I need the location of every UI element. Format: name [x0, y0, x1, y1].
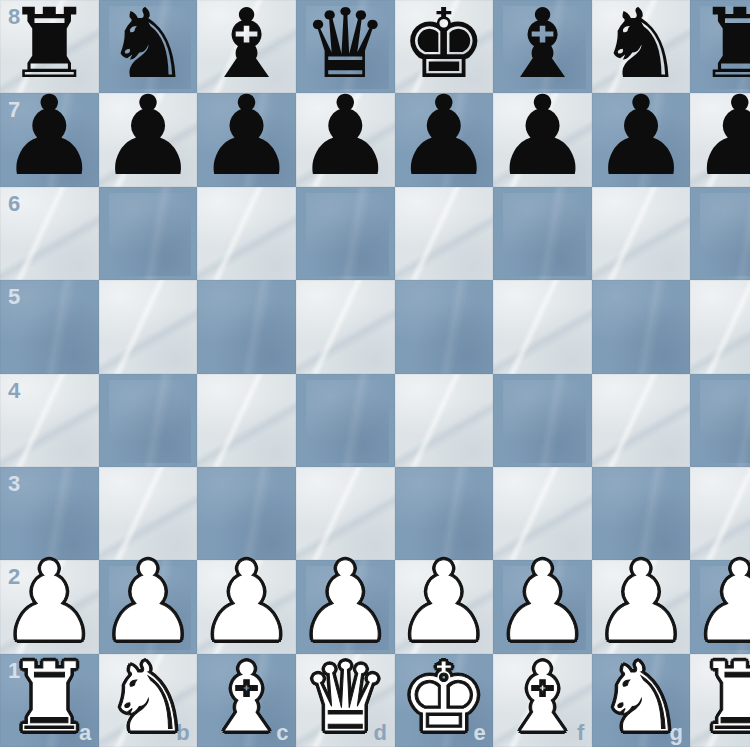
square-a2[interactable]: 2♟	[0, 560, 99, 653]
piece-white-knight[interactable]: ♞	[105, 652, 191, 745]
rank-label: 5	[8, 284, 21, 310]
piece-white-bishop[interactable]: ♝	[499, 652, 585, 745]
square-g6[interactable]	[592, 187, 691, 280]
square-g1[interactable]: g♞	[592, 654, 691, 747]
piece-black-pawn[interactable]: ♟	[395, 90, 494, 183]
square-f6[interactable]	[493, 187, 592, 280]
square-f4[interactable]	[493, 374, 592, 467]
piece-white-bishop[interactable]: ♝	[204, 652, 290, 745]
square-c2[interactable]: ♟	[197, 560, 296, 653]
piece-black-pawn[interactable]: ♟	[493, 90, 592, 183]
square-f1[interactable]: f♝	[493, 654, 592, 747]
square-b7[interactable]: ♟	[99, 93, 198, 186]
piece-black-pawn[interactable]: ♟	[592, 90, 691, 183]
rank-label: 3	[8, 471, 21, 497]
square-g2[interactable]: ♟	[592, 560, 691, 653]
chess-board: 8♜♞♝♛♚♝♞♜7♟♟♟♟♟♟♟♟65432♟♟♟♟♟♟♟♟1a♜b♞c♝d♛…	[0, 0, 750, 747]
piece-white-pawn[interactable]: ♟	[592, 556, 691, 649]
piece-white-queen[interactable]: ♛	[302, 652, 388, 745]
square-e4[interactable]	[395, 374, 494, 467]
square-c4[interactable]	[197, 374, 296, 467]
square-d2[interactable]: ♟	[296, 560, 395, 653]
square-g4[interactable]	[592, 374, 691, 467]
square-h2[interactable]: ♟	[690, 560, 750, 653]
square-h1[interactable]: h♜	[690, 654, 750, 747]
square-f7[interactable]: ♟	[493, 93, 592, 186]
square-d6[interactable]	[296, 187, 395, 280]
square-h5[interactable]	[690, 280, 750, 373]
square-b2[interactable]: ♟	[99, 560, 198, 653]
square-b5[interactable]	[99, 280, 198, 373]
piece-white-pawn[interactable]: ♟	[493, 556, 592, 649]
piece-black-pawn[interactable]: ♟	[0, 90, 99, 183]
square-a6[interactable]: 6	[0, 187, 99, 280]
square-b6[interactable]	[99, 187, 198, 280]
piece-black-pawn[interactable]: ♟	[99, 90, 198, 183]
piece-white-knight[interactable]: ♞	[598, 652, 684, 745]
piece-white-pawn[interactable]: ♟	[197, 556, 296, 649]
square-h7[interactable]: ♟	[690, 93, 750, 186]
square-d4[interactable]	[296, 374, 395, 467]
square-a7[interactable]: 7♟	[0, 93, 99, 186]
piece-white-pawn[interactable]: ♟	[690, 556, 750, 649]
square-e7[interactable]: ♟	[395, 93, 494, 186]
square-c1[interactable]: c♝	[197, 654, 296, 747]
piece-white-pawn[interactable]: ♟	[99, 556, 198, 649]
piece-white-rook[interactable]: ♜	[697, 652, 750, 745]
square-e6[interactable]	[395, 187, 494, 280]
square-h6[interactable]	[690, 187, 750, 280]
square-e2[interactable]: ♟	[395, 560, 494, 653]
square-g7[interactable]: ♟	[592, 93, 691, 186]
square-d5[interactable]	[296, 280, 395, 373]
square-a1[interactable]: 1a♜	[0, 654, 99, 747]
piece-white-pawn[interactable]: ♟	[296, 556, 395, 649]
square-c5[interactable]	[197, 280, 296, 373]
rank-label: 4	[8, 378, 21, 404]
piece-white-pawn[interactable]: ♟	[0, 556, 99, 649]
square-e1[interactable]: e♚	[395, 654, 494, 747]
square-a4[interactable]: 4	[0, 374, 99, 467]
piece-black-pawn[interactable]: ♟	[197, 90, 296, 183]
square-c6[interactable]	[197, 187, 296, 280]
square-a5[interactable]: 5	[0, 280, 99, 373]
piece-black-pawn[interactable]: ♟	[296, 90, 395, 183]
square-g5[interactable]	[592, 280, 691, 373]
square-b1[interactable]: b♞	[99, 654, 198, 747]
piece-white-king[interactable]: ♚	[401, 652, 487, 745]
square-f5[interactable]	[493, 280, 592, 373]
square-b4[interactable]	[99, 374, 198, 467]
square-e5[interactable]	[395, 280, 494, 373]
square-c7[interactable]: ♟	[197, 93, 296, 186]
square-h4[interactable]	[690, 374, 750, 467]
piece-black-pawn[interactable]: ♟	[690, 90, 750, 183]
piece-white-pawn[interactable]: ♟	[395, 556, 494, 649]
square-f2[interactable]: ♟	[493, 560, 592, 653]
square-d7[interactable]: ♟	[296, 93, 395, 186]
square-d1[interactable]: d♛	[296, 654, 395, 747]
piece-white-rook[interactable]: ♜	[6, 652, 92, 745]
